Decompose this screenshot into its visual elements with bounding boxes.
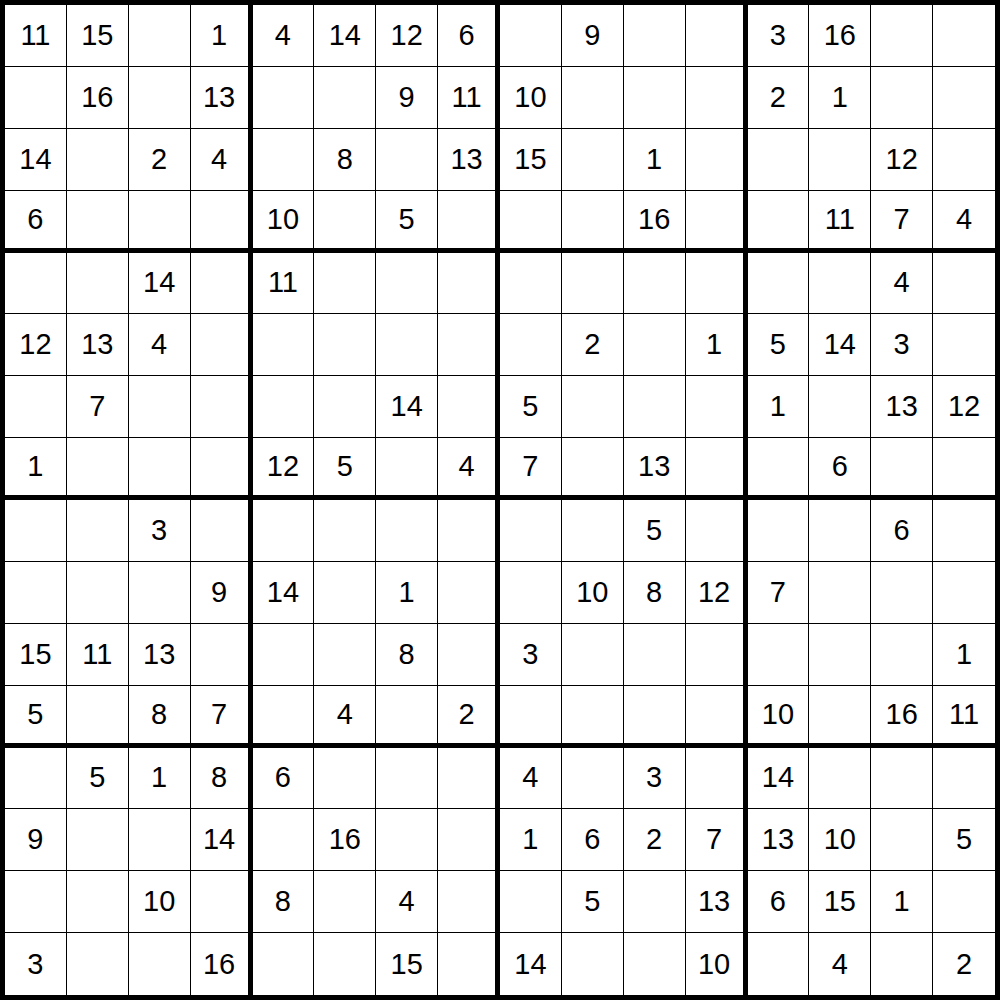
empty-cell-r5c10[interactable]	[562, 253, 624, 315]
empty-cell-r5c12[interactable]	[686, 253, 748, 315]
given-cell-r3c8: 13	[438, 129, 500, 191]
empty-cell-r5c16[interactable]	[933, 253, 995, 315]
given-cell-r9c15: 6	[871, 500, 933, 562]
empty-cell-r8c2[interactable]	[67, 438, 129, 500]
empty-cell-r11c8[interactable]	[438, 624, 500, 686]
empty-cell-r2c10[interactable]	[562, 67, 624, 129]
empty-cell-r7c11[interactable]	[624, 376, 686, 438]
empty-cell-r14c3[interactable]	[129, 809, 191, 871]
empty-cell-r12c10[interactable]	[562, 686, 624, 748]
given-cell-r5c3: 14	[129, 253, 191, 315]
given-cell-r2c8: 11	[438, 67, 500, 129]
empty-cell-r12c7[interactable]	[376, 686, 438, 748]
given-cell-r1c2: 15	[67, 5, 129, 67]
empty-cell-r12c11[interactable]	[624, 686, 686, 748]
given-cell-r15c3: 10	[129, 871, 191, 933]
empty-cell-r8c12[interactable]	[686, 438, 748, 500]
empty-cell-r7c8[interactable]	[438, 376, 500, 438]
empty-cell-r14c15[interactable]	[871, 809, 933, 871]
given-cell-r13c5: 6	[253, 748, 315, 810]
empty-cell-r10c16[interactable]	[933, 562, 995, 624]
empty-cell-r11c12[interactable]	[686, 624, 748, 686]
empty-cell-r13c6[interactable]	[314, 748, 376, 810]
empty-cell-r2c6[interactable]	[314, 67, 376, 129]
given-cell-r12c4: 7	[191, 686, 253, 748]
empty-cell-r4c9[interactable]	[500, 191, 562, 253]
empty-cell-r10c3[interactable]	[129, 562, 191, 624]
given-cell-r2c13: 2	[748, 67, 810, 129]
given-cell-r13c9: 4	[500, 748, 562, 810]
empty-cell-r11c10[interactable]	[562, 624, 624, 686]
empty-cell-r1c15[interactable]	[871, 5, 933, 67]
given-cell-r3c1: 14	[5, 129, 67, 191]
given-cell-r10c13: 7	[748, 562, 810, 624]
given-cell-r8c11: 13	[624, 438, 686, 500]
empty-cell-r3c2[interactable]	[67, 129, 129, 191]
empty-cell-r16c10[interactable]	[562, 933, 624, 995]
given-cell-r5c15: 4	[871, 253, 933, 315]
given-cell-r6c3: 4	[129, 314, 191, 376]
empty-cell-r8c15[interactable]	[871, 438, 933, 500]
given-cell-r7c16: 12	[933, 376, 995, 438]
given-cell-r3c4: 4	[191, 129, 253, 191]
empty-cell-r7c5[interactable]	[253, 376, 315, 438]
empty-cell-r7c12[interactable]	[686, 376, 748, 438]
given-cell-r2c4: 13	[191, 67, 253, 129]
given-cell-r12c15: 16	[871, 686, 933, 748]
empty-cell-r9c16[interactable]	[933, 500, 995, 562]
given-cell-r12c3: 8	[129, 686, 191, 748]
given-cell-r14c1: 9	[5, 809, 67, 871]
given-cell-r2c2: 16	[67, 67, 129, 129]
empty-cell-r14c7[interactable]	[376, 809, 438, 871]
given-cell-r12c8: 2	[438, 686, 500, 748]
empty-cell-r4c12[interactable]	[686, 191, 748, 253]
given-cell-r1c5: 4	[253, 5, 315, 67]
empty-cell-r3c5[interactable]	[253, 129, 315, 191]
empty-cell-r5c14[interactable]	[809, 253, 871, 315]
empty-cell-r10c9[interactable]	[500, 562, 562, 624]
given-cell-r14c11: 2	[624, 809, 686, 871]
given-cell-r11c1: 15	[5, 624, 67, 686]
empty-cell-r15c4[interactable]	[191, 871, 253, 933]
empty-cell-r10c8[interactable]	[438, 562, 500, 624]
given-cell-r1c1: 11	[5, 5, 67, 67]
given-cell-r14c13: 13	[748, 809, 810, 871]
empty-cell-r8c16[interactable]	[933, 438, 995, 500]
empty-cell-r13c16[interactable]	[933, 748, 995, 810]
empty-cell-r7c1[interactable]	[5, 376, 67, 438]
given-cell-r10c5: 14	[253, 562, 315, 624]
empty-cell-r11c4[interactable]	[191, 624, 253, 686]
empty-cell-r3c13[interactable]	[748, 129, 810, 191]
empty-cell-r16c6[interactable]	[314, 933, 376, 995]
given-cell-r1c6: 14	[314, 5, 376, 67]
empty-cell-r7c3[interactable]	[129, 376, 191, 438]
empty-cell-r13c1[interactable]	[5, 748, 67, 810]
empty-cell-r13c14[interactable]	[809, 748, 871, 810]
empty-cell-r4c10[interactable]	[562, 191, 624, 253]
given-cell-r16c14: 4	[809, 933, 871, 995]
given-cell-r6c12: 1	[686, 314, 748, 376]
empty-cell-r12c14[interactable]	[809, 686, 871, 748]
given-cell-r7c15: 13	[871, 376, 933, 438]
given-cell-r16c1: 3	[5, 933, 67, 995]
empty-cell-r10c2[interactable]	[67, 562, 129, 624]
empty-cell-r9c4[interactable]	[191, 500, 253, 562]
given-cell-r14c14: 10	[809, 809, 871, 871]
given-cell-r4c7: 5	[376, 191, 438, 253]
given-cell-r15c5: 8	[253, 871, 315, 933]
empty-cell-r5c6[interactable]	[314, 253, 376, 315]
given-cell-r14c6: 16	[314, 809, 376, 871]
empty-cell-r9c8[interactable]	[438, 500, 500, 562]
empty-cell-r13c8[interactable]	[438, 748, 500, 810]
empty-cell-r13c12[interactable]	[686, 748, 748, 810]
empty-cell-r9c10[interactable]	[562, 500, 624, 562]
empty-cell-r4c4[interactable]	[191, 191, 253, 253]
empty-cell-r10c6[interactable]	[314, 562, 376, 624]
given-cell-r16c9: 14	[500, 933, 562, 995]
empty-cell-r2c1[interactable]	[5, 67, 67, 129]
given-cell-r4c5: 10	[253, 191, 315, 253]
given-cell-r10c7: 1	[376, 562, 438, 624]
given-cell-r6c13: 5	[748, 314, 810, 376]
given-cell-r1c13: 3	[748, 5, 810, 67]
empty-cell-r7c10[interactable]	[562, 376, 624, 438]
given-cell-r1c4: 1	[191, 5, 253, 67]
empty-cell-r3c12[interactable]	[686, 129, 748, 191]
given-cell-r8c8: 4	[438, 438, 500, 500]
given-cell-r8c9: 7	[500, 438, 562, 500]
empty-cell-r6c7[interactable]	[376, 314, 438, 376]
given-cell-r12c13: 10	[748, 686, 810, 748]
empty-cell-r1c12[interactable]	[686, 5, 748, 67]
empty-cell-r16c8[interactable]	[438, 933, 500, 995]
empty-cell-r13c10[interactable]	[562, 748, 624, 810]
given-cell-r11c9: 3	[500, 624, 562, 686]
given-cell-r3c3: 2	[129, 129, 191, 191]
given-cell-r10c11: 8	[624, 562, 686, 624]
given-cell-r2c14: 1	[809, 67, 871, 129]
empty-cell-r6c16[interactable]	[933, 314, 995, 376]
given-cell-r1c8: 6	[438, 5, 500, 67]
empty-cell-r3c10[interactable]	[562, 129, 624, 191]
empty-cell-r15c1[interactable]	[5, 871, 67, 933]
empty-cell-r15c6[interactable]	[314, 871, 376, 933]
empty-cell-r5c2[interactable]	[67, 253, 129, 315]
given-cell-r13c3: 1	[129, 748, 191, 810]
empty-cell-r5c4[interactable]	[191, 253, 253, 315]
empty-cell-r7c4[interactable]	[191, 376, 253, 438]
empty-cell-r9c6[interactable]	[314, 500, 376, 562]
empty-cell-r8c4[interactable]	[191, 438, 253, 500]
empty-cell-r9c13[interactable]	[748, 500, 810, 562]
empty-cell-r3c7[interactable]	[376, 129, 438, 191]
empty-cell-r14c8[interactable]	[438, 809, 500, 871]
given-cell-r15c13: 6	[748, 871, 810, 933]
empty-cell-r16c2[interactable]	[67, 933, 129, 995]
given-cell-r14c16: 5	[933, 809, 995, 871]
empty-cell-r1c11[interactable]	[624, 5, 686, 67]
empty-cell-r5c13[interactable]	[748, 253, 810, 315]
empty-cell-r11c6[interactable]	[314, 624, 376, 686]
given-cell-r12c6: 4	[314, 686, 376, 748]
empty-cell-r5c11[interactable]	[624, 253, 686, 315]
given-cell-r15c15: 1	[871, 871, 933, 933]
empty-cell-r10c15[interactable]	[871, 562, 933, 624]
empty-cell-r11c15[interactable]	[871, 624, 933, 686]
empty-cell-r9c12[interactable]	[686, 500, 748, 562]
empty-cell-r15c16[interactable]	[933, 871, 995, 933]
empty-cell-r11c11[interactable]	[624, 624, 686, 686]
empty-cell-r3c16[interactable]	[933, 129, 995, 191]
given-cell-r3c6: 8	[314, 129, 376, 191]
empty-cell-r13c7[interactable]	[376, 748, 438, 810]
sudoku-16x16-board: 1115141412693161613911102114248131511261…	[0, 0, 1000, 1000]
given-cell-r6c2: 13	[67, 314, 129, 376]
empty-cell-r9c14[interactable]	[809, 500, 871, 562]
empty-cell-r2c5[interactable]	[253, 67, 315, 129]
empty-cell-r9c1[interactable]	[5, 500, 67, 562]
given-cell-r3c15: 12	[871, 129, 933, 191]
empty-cell-r4c6[interactable]	[314, 191, 376, 253]
empty-cell-r10c14[interactable]	[809, 562, 871, 624]
empty-cell-r15c8[interactable]	[438, 871, 500, 933]
empty-cell-r14c2[interactable]	[67, 809, 129, 871]
given-cell-r6c15: 3	[871, 314, 933, 376]
given-cell-r2c9: 10	[500, 67, 562, 129]
given-cell-r16c4: 16	[191, 933, 253, 995]
given-cell-r3c9: 15	[500, 129, 562, 191]
given-cell-r1c14: 16	[809, 5, 871, 67]
given-cell-r11c2: 11	[67, 624, 129, 686]
empty-cell-r16c15[interactable]	[871, 933, 933, 995]
given-cell-r2c7: 9	[376, 67, 438, 129]
empty-cell-r15c2[interactable]	[67, 871, 129, 933]
empty-cell-r2c15[interactable]	[871, 67, 933, 129]
given-cell-r10c4: 9	[191, 562, 253, 624]
empty-cell-r1c3[interactable]	[129, 5, 191, 67]
given-cell-r14c10: 6	[562, 809, 624, 871]
empty-cell-r1c16[interactable]	[933, 5, 995, 67]
given-cell-r4c1: 6	[5, 191, 67, 253]
given-cell-r12c1: 5	[5, 686, 67, 748]
given-cell-r12c16: 11	[933, 686, 995, 748]
given-cell-r10c10: 10	[562, 562, 624, 624]
given-cell-r8c5: 12	[253, 438, 315, 500]
empty-cell-r8c10[interactable]	[562, 438, 624, 500]
given-cell-r7c7: 14	[376, 376, 438, 438]
empty-cell-r16c3[interactable]	[129, 933, 191, 995]
empty-cell-r7c6[interactable]	[314, 376, 376, 438]
empty-cell-r12c12[interactable]	[686, 686, 748, 748]
empty-cell-r6c5[interactable]	[253, 314, 315, 376]
given-cell-r1c7: 12	[376, 5, 438, 67]
empty-cell-r4c3[interactable]	[129, 191, 191, 253]
empty-cell-r6c11[interactable]	[624, 314, 686, 376]
empty-cell-r9c2[interactable]	[67, 500, 129, 562]
empty-cell-r2c3[interactable]	[129, 67, 191, 129]
empty-cell-r2c11[interactable]	[624, 67, 686, 129]
empty-cell-r10c1[interactable]	[5, 562, 67, 624]
empty-cell-r16c5[interactable]	[253, 933, 315, 995]
given-cell-r4c16: 4	[933, 191, 995, 253]
given-cell-r7c13: 1	[748, 376, 810, 438]
empty-cell-r4c13[interactable]	[748, 191, 810, 253]
empty-cell-r4c2[interactable]	[67, 191, 129, 253]
given-cell-r8c6: 5	[314, 438, 376, 500]
given-cell-r6c1: 12	[5, 314, 67, 376]
empty-cell-r6c9[interactable]	[500, 314, 562, 376]
given-cell-r9c11: 5	[624, 500, 686, 562]
empty-cell-r5c7[interactable]	[376, 253, 438, 315]
empty-cell-r16c11[interactable]	[624, 933, 686, 995]
given-cell-r8c1: 1	[5, 438, 67, 500]
given-cell-r16c12: 10	[686, 933, 748, 995]
empty-cell-r14c5[interactable]	[253, 809, 315, 871]
empty-cell-r7c14[interactable]	[809, 376, 871, 438]
given-cell-r15c10: 5	[562, 871, 624, 933]
empty-cell-r8c7[interactable]	[376, 438, 438, 500]
given-cell-r5c5: 11	[253, 253, 315, 315]
given-cell-r9c3: 3	[129, 500, 191, 562]
given-cell-r14c4: 14	[191, 809, 253, 871]
empty-cell-r6c8[interactable]	[438, 314, 500, 376]
given-cell-r1c10: 9	[562, 5, 624, 67]
empty-cell-r9c5[interactable]	[253, 500, 315, 562]
empty-cell-r9c9[interactable]	[500, 500, 562, 562]
given-cell-r13c4: 8	[191, 748, 253, 810]
empty-cell-r2c16[interactable]	[933, 67, 995, 129]
empty-cell-r3c14[interactable]	[809, 129, 871, 191]
empty-cell-r12c9[interactable]	[500, 686, 562, 748]
given-cell-r13c2: 5	[67, 748, 129, 810]
empty-cell-r2c12[interactable]	[686, 67, 748, 129]
given-cell-r6c14: 14	[809, 314, 871, 376]
given-cell-r11c7: 8	[376, 624, 438, 686]
empty-cell-r15c11[interactable]	[624, 871, 686, 933]
given-cell-r15c7: 4	[376, 871, 438, 933]
empty-cell-r5c8[interactable]	[438, 253, 500, 315]
empty-cell-r5c1[interactable]	[5, 253, 67, 315]
empty-cell-r5c9[interactable]	[500, 253, 562, 315]
empty-cell-r13c15[interactable]	[871, 748, 933, 810]
empty-cell-r9c7[interactable]	[376, 500, 438, 562]
empty-cell-r12c2[interactable]	[67, 686, 129, 748]
given-cell-r4c15: 7	[871, 191, 933, 253]
empty-cell-r12c5[interactable]	[253, 686, 315, 748]
given-cell-r3c11: 1	[624, 129, 686, 191]
given-cell-r11c3: 13	[129, 624, 191, 686]
empty-cell-r6c4[interactable]	[191, 314, 253, 376]
given-cell-r16c7: 15	[376, 933, 438, 995]
empty-cell-r11c14[interactable]	[809, 624, 871, 686]
given-cell-r15c14: 15	[809, 871, 871, 933]
given-cell-r13c13: 14	[748, 748, 810, 810]
empty-cell-r15c9[interactable]	[500, 871, 562, 933]
given-cell-r11c16: 1	[933, 624, 995, 686]
given-cell-r8c14: 6	[809, 438, 871, 500]
given-cell-r4c11: 16	[624, 191, 686, 253]
empty-cell-r11c13[interactable]	[748, 624, 810, 686]
given-cell-r10c12: 12	[686, 562, 748, 624]
empty-cell-r6c6[interactable]	[314, 314, 376, 376]
given-cell-r7c9: 5	[500, 376, 562, 438]
given-cell-r13c11: 3	[624, 748, 686, 810]
given-cell-r16c16: 2	[933, 933, 995, 995]
given-cell-r6c10: 2	[562, 314, 624, 376]
empty-cell-r8c3[interactable]	[129, 438, 191, 500]
empty-cell-r1c9[interactable]	[500, 5, 562, 67]
empty-cell-r8c13[interactable]	[748, 438, 810, 500]
empty-cell-r4c8[interactable]	[438, 191, 500, 253]
given-cell-r14c9: 1	[500, 809, 562, 871]
given-cell-r15c12: 13	[686, 871, 748, 933]
given-cell-r7c2: 7	[67, 376, 129, 438]
given-cell-r4c14: 11	[809, 191, 871, 253]
empty-cell-r16c13[interactable]	[748, 933, 810, 995]
empty-cell-r11c5[interactable]	[253, 624, 315, 686]
given-cell-r14c12: 7	[686, 809, 748, 871]
